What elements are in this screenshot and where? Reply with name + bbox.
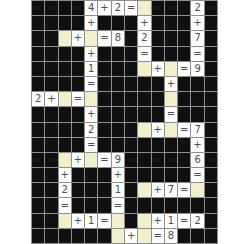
cell-r4-c6 (98, 47, 110, 61)
cell-r2-c7 (112, 16, 124, 30)
given-cell-r1-c8: = (125, 1, 137, 15)
answer-cell-r5-c11[interactable] (165, 62, 177, 76)
given-cell-r6-c11: + (165, 77, 177, 91)
cell-r3-c2 (45, 31, 57, 45)
given-cell-r2-c5: + (85, 16, 97, 30)
answer-cell-r7-c3[interactable] (59, 92, 71, 106)
cell-r16-c6 (98, 229, 110, 243)
given-cell-r1-c7: 2 (112, 1, 124, 15)
answer-cell-r5-c9[interactable] (138, 62, 150, 76)
cell-r3-c10 (152, 31, 164, 45)
cell-r2-c4 (72, 16, 84, 30)
cell-r11-c10 (152, 153, 164, 167)
cell-r4-c11 (165, 47, 177, 61)
given-cell-r8-c5: + (85, 107, 97, 121)
given-cell-r5-c5: 1 (85, 62, 97, 76)
answer-cell-r16-c9[interactable] (138, 229, 150, 243)
cell-r12-c9 (138, 168, 150, 182)
cell-r2-c10 (152, 16, 164, 30)
cell-r4-c3 (59, 47, 71, 61)
cell-r3-c8 (125, 31, 137, 45)
cell-r10-c14 (205, 138, 217, 152)
given-cell-r6-c5: = (85, 77, 97, 91)
given-cell-r16-c8: + (125, 229, 137, 243)
cell-r14-c10 (152, 198, 164, 212)
cell-r1-c3 (59, 1, 71, 15)
cell-r7-c9 (138, 92, 150, 106)
cell-r11-c9 (138, 153, 150, 167)
cell-r8-c10 (152, 107, 164, 121)
cell-r11-c2 (45, 153, 57, 167)
cell-r3-c11 (165, 31, 177, 45)
cell-r8-c14 (205, 107, 217, 121)
cell-r14-c4 (72, 198, 84, 212)
cell-r14-c5 (85, 198, 97, 212)
cell-r1-c1 (32, 1, 44, 15)
cell-r11-c11 (165, 153, 177, 167)
answer-cell-r13-c13[interactable] (191, 183, 203, 197)
cell-r1-c11 (165, 1, 177, 15)
given-cell-r10-c5: = (85, 138, 97, 152)
cell-r12-c2 (45, 168, 57, 182)
given-cell-r15-c5: 1 (85, 214, 97, 228)
given-cell-r13-c11: 7 (165, 183, 177, 197)
cell-r2-c14 (205, 16, 217, 30)
given-cell-r12-c7: + (112, 168, 124, 182)
given-cell-r4-c13: = (191, 47, 203, 61)
cell-r4-c7 (112, 47, 124, 61)
cell-r7-c12 (178, 92, 190, 106)
given-cell-r1-c13: 2 (191, 1, 203, 15)
cell-r8-c13 (191, 107, 203, 121)
cell-r4-c2 (45, 47, 57, 61)
cell-r12-c4 (72, 168, 84, 182)
cell-r4-c14 (205, 47, 217, 61)
cell-r16-c2 (45, 229, 57, 243)
answer-cell-r9-c11[interactable] (165, 123, 177, 137)
cell-r13-c5 (85, 183, 97, 197)
cell-r3-c1 (32, 31, 44, 45)
cell-r12-c14 (205, 168, 217, 182)
puzzle-page: 4+2=2++++=827+==1+=9=+2+=+=2+=7=++=96++=… (0, 0, 250, 244)
given-cell-r9-c10: + (152, 123, 164, 137)
cell-r5-c3 (59, 62, 71, 76)
cell-r14-c12 (178, 198, 190, 212)
answer-cell-r1-c9[interactable] (138, 1, 150, 15)
given-cell-r3-c6: = (98, 31, 110, 45)
given-cell-r3-c13: 7 (191, 31, 203, 45)
given-cell-r3-c9: 2 (138, 31, 150, 45)
cell-r3-c12 (178, 31, 190, 45)
cell-r16-c4 (72, 229, 84, 243)
cell-r6-c4 (72, 77, 84, 91)
cell-r5-c6 (98, 62, 110, 76)
cell-r8-c12 (178, 107, 190, 121)
cell-r13-c8 (125, 183, 137, 197)
cell-r13-c6 (98, 183, 110, 197)
cell-r14-c6 (98, 198, 110, 212)
cell-r14-c2 (45, 198, 57, 212)
cell-r12-c8 (125, 168, 137, 182)
given-cell-r11-c6: = (98, 153, 110, 167)
cell-r6-c9 (138, 77, 150, 91)
given-cell-r9-c5: 2 (85, 123, 97, 137)
given-cell-r16-c10: = (152, 229, 164, 243)
given-cell-r4-c5: + (85, 47, 97, 61)
cell-r10-c1 (32, 138, 44, 152)
given-cell-r13-c12: = (178, 183, 190, 197)
cell-r15-c2 (45, 214, 57, 228)
cell-r8-c2 (45, 107, 57, 121)
answer-cell-r3-c3[interactable] (59, 31, 71, 45)
given-cell-r8-c11: = (165, 107, 177, 121)
given-cell-r15-c12: = (178, 214, 190, 228)
cell-r13-c14 (205, 183, 217, 197)
cell-r6-c8 (125, 77, 137, 91)
cell-r6-c1 (32, 77, 44, 91)
given-cell-r11-c4: + (72, 153, 84, 167)
cell-r1-c12 (178, 1, 190, 15)
cell-r2-c1 (32, 16, 44, 30)
given-cell-r13-c10: + (152, 183, 164, 197)
answer-cell-r15-c7[interactable] (112, 214, 124, 228)
cell-r14-c9 (138, 198, 150, 212)
answer-cell-r7-c11[interactable] (165, 92, 177, 106)
cell-r12-c1 (32, 168, 44, 182)
given-cell-r5-c10: + (152, 62, 164, 76)
cell-r15-c8 (125, 214, 137, 228)
cell-r1-c10 (152, 1, 164, 15)
cell-r16-c13 (191, 229, 203, 243)
cell-r9-c7 (112, 123, 124, 137)
given-cell-r15-c13: 2 (191, 214, 203, 228)
answer-cell-r11-c3[interactable] (59, 153, 71, 167)
cell-r5-c2 (45, 62, 57, 76)
given-cell-r1-c6: + (98, 1, 110, 15)
cell-r12-c11 (165, 168, 177, 182)
cell-r2-c8 (125, 16, 137, 30)
cell-r3-c14 (205, 31, 217, 45)
given-cell-r9-c12: = (178, 123, 190, 137)
cell-r8-c6 (98, 107, 110, 121)
cell-r11-c1 (32, 153, 44, 167)
cell-r4-c8 (125, 47, 137, 61)
given-cell-r7-c1: 2 (32, 92, 44, 106)
cell-r1-c4 (72, 1, 84, 15)
cell-r2-c11 (165, 16, 177, 30)
cell-r2-c2 (45, 16, 57, 30)
given-cell-r2-c9: + (138, 16, 150, 30)
cell-r13-c2 (45, 183, 57, 197)
given-cell-r11-c13: 6 (191, 153, 203, 167)
cell-r16-c5 (85, 229, 97, 243)
cell-r12-c6 (98, 168, 110, 182)
cell-r12-c5 (85, 168, 97, 182)
cell-r14-c11 (165, 198, 177, 212)
given-cell-r2-c13: + (191, 16, 203, 30)
cell-r6-c10 (152, 77, 164, 91)
cell-r1-c14 (205, 1, 217, 15)
cell-r8-c3 (59, 107, 71, 121)
cell-r16-c12 (178, 229, 190, 243)
cell-r5-c8 (125, 62, 137, 76)
cell-r10-c10 (152, 138, 164, 152)
cell-r16-c3 (59, 229, 71, 243)
crossmath-board: 4+2=2++++=827+==1+=9=+2+=+=2+=7=++=96++=… (31, 0, 218, 244)
cell-r5-c7 (112, 62, 124, 76)
cell-r7-c6 (98, 92, 110, 106)
cell-r10-c11 (165, 138, 177, 152)
cell-r15-c14 (205, 214, 217, 228)
cell-r15-c1 (32, 214, 44, 228)
cell-r5-c1 (32, 62, 44, 76)
given-cell-r13-c7: 1 (112, 183, 124, 197)
cell-r4-c10 (152, 47, 164, 61)
answer-cell-r16-c7[interactable] (112, 229, 124, 243)
cell-r10-c9 (138, 138, 150, 152)
cell-r16-c14 (205, 229, 217, 243)
cell-r9-c8 (125, 123, 137, 137)
given-cell-r15-c10: + (152, 214, 164, 228)
answer-cell-r13-c9[interactable] (138, 183, 150, 197)
cell-r14-c1 (32, 198, 44, 212)
given-cell-r4-c9: = (138, 47, 150, 61)
given-cell-r10-c13: + (191, 138, 203, 152)
answer-cell-r3-c5[interactable] (85, 31, 97, 45)
answer-cell-r11-c5[interactable] (85, 153, 97, 167)
cell-r1-c2 (45, 1, 57, 15)
given-cell-r3-c7: 8 (112, 31, 124, 45)
given-cell-r14-c7: = (112, 198, 124, 212)
cell-r10-c2 (45, 138, 57, 152)
given-cell-r3-c4: + (72, 31, 84, 45)
cell-r9-c4 (72, 123, 84, 137)
cell-r8-c8 (125, 107, 137, 121)
cell-r10-c4 (72, 138, 84, 152)
cell-r12-c10 (152, 168, 164, 182)
cell-r2-c12 (178, 16, 190, 30)
given-cell-r12-c13: = (191, 168, 203, 182)
cell-r10-c7 (112, 138, 124, 152)
cell-r9-c1 (32, 123, 44, 137)
cell-r2-c3 (59, 16, 71, 30)
cell-r5-c14 (205, 62, 217, 76)
given-cell-r5-c13: 9 (191, 62, 203, 76)
cell-r8-c9 (138, 107, 150, 121)
cell-r6-c2 (45, 77, 57, 91)
cell-r8-c4 (72, 107, 84, 121)
cell-r6-c6 (98, 77, 110, 91)
cell-r11-c8 (125, 153, 137, 167)
cell-r4-c1 (32, 47, 44, 61)
answer-cell-r9-c9[interactable] (138, 123, 150, 137)
cell-r7-c13 (191, 92, 203, 106)
cell-r6-c12 (178, 77, 190, 91)
cell-r2-c6 (98, 16, 110, 30)
given-cell-r15-c4: + (72, 214, 84, 228)
cell-r10-c8 (125, 138, 137, 152)
cell-r11-c12 (178, 153, 190, 167)
cell-r12-c12 (178, 168, 190, 182)
cell-r13-c4 (72, 183, 84, 197)
given-cell-r9-c13: 7 (191, 123, 203, 137)
cell-r6-c14 (205, 77, 217, 91)
cell-r7-c10 (152, 92, 164, 106)
given-cell-r7-c2: + (45, 92, 57, 106)
cell-r4-c4 (72, 47, 84, 61)
given-cell-r15-c11: 1 (165, 214, 177, 228)
cell-r14-c13 (191, 198, 203, 212)
given-cell-r11-c7: 9 (112, 153, 124, 167)
cell-r5-c4 (72, 62, 84, 76)
cell-r9-c2 (45, 123, 57, 137)
cell-r7-c7 (112, 92, 124, 106)
cell-r10-c12 (178, 138, 190, 152)
given-cell-r14-c3: = (59, 198, 71, 212)
cell-r6-c13 (191, 77, 203, 91)
answer-cell-r7-c5[interactable] (85, 92, 97, 106)
given-cell-r7-c4: = (72, 92, 84, 106)
cell-r9-c6 (98, 123, 110, 137)
answer-cell-r15-c9[interactable] (138, 214, 150, 228)
cell-r9-c3 (59, 123, 71, 137)
cell-r16-c1 (32, 229, 44, 243)
cell-r6-c3 (59, 77, 71, 91)
cell-r10-c3 (59, 138, 71, 152)
cell-r10-c6 (98, 138, 110, 152)
cell-r7-c14 (205, 92, 217, 106)
given-cell-r1-c5: 4 (85, 1, 97, 15)
cell-r6-c7 (112, 77, 124, 91)
cell-r14-c14 (205, 198, 217, 212)
cell-r9-c14 (205, 123, 217, 137)
given-cell-r15-c6: = (98, 214, 110, 228)
cell-r7-c8 (125, 92, 137, 106)
cell-r8-c1 (32, 107, 44, 121)
given-cell-r12-c3: + (59, 168, 71, 182)
cell-r11-c14 (205, 153, 217, 167)
given-cell-r13-c3: 2 (59, 183, 71, 197)
cell-r14-c8 (125, 198, 137, 212)
given-cell-r5-c12: = (178, 62, 190, 76)
cell-r8-c7 (112, 107, 124, 121)
cell-r13-c1 (32, 183, 44, 197)
given-cell-r16-c11: 8 (165, 229, 177, 243)
cell-r4-c12 (178, 47, 190, 61)
answer-cell-r15-c3[interactable] (59, 214, 71, 228)
